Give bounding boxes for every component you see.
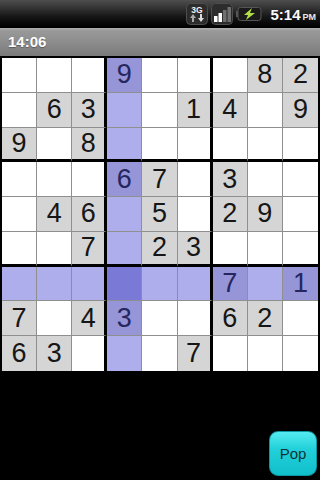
- sudoku-cell-r1c2[interactable]: 3: [72, 93, 107, 128]
- sudoku-cell-r4c7[interactable]: 9: [248, 197, 283, 232]
- pop-button[interactable]: Pop: [269, 431, 317, 476]
- sudoku-cell-r2c8[interactable]: [283, 128, 318, 163]
- sudoku-cell-r0c0[interactable]: [2, 58, 37, 93]
- sudoku-cell-r0c8[interactable]: 2: [283, 58, 318, 93]
- sudoku-cell-r3c6[interactable]: 3: [213, 162, 248, 197]
- sudoku-cell-r8c1[interactable]: 3: [37, 336, 72, 371]
- sudoku-cell-r8c6[interactable]: [213, 336, 248, 371]
- sudoku-cell-r8c4[interactable]: [142, 336, 177, 371]
- sudoku-cell-r6c7[interactable]: [248, 267, 283, 302]
- sudoku-cell-r5c2[interactable]: 7: [72, 232, 107, 267]
- sudoku-cell-r1c4[interactable]: [142, 93, 177, 128]
- sudoku-cell-r4c2[interactable]: 6: [72, 197, 107, 232]
- sudoku-cell-r7c2[interactable]: 4: [72, 301, 107, 336]
- sudoku-cell-r0c4[interactable]: [142, 58, 177, 93]
- status-time: 5:14 PM: [270, 6, 316, 23]
- sudoku-board: 9826314998673465297237174362637: [0, 56, 320, 373]
- sudoku-cell-r7c5[interactable]: [178, 301, 213, 336]
- sudoku-cell-r3c2[interactable]: [72, 162, 107, 197]
- sudoku-cell-r6c0[interactable]: [2, 267, 37, 302]
- game-timer-text: 14:06: [8, 33, 46, 50]
- sudoku-cell-r1c3[interactable]: [107, 93, 142, 128]
- title-bar: 14:06: [0, 28, 320, 56]
- sudoku-cell-r7c7[interactable]: 2: [248, 301, 283, 336]
- sudoku-cell-r8c3[interactable]: [107, 336, 142, 371]
- sudoku-cell-r8c8[interactable]: [283, 336, 318, 371]
- sudoku-cell-r5c0[interactable]: [2, 232, 37, 267]
- sudoku-cell-r2c1[interactable]: [37, 128, 72, 163]
- sudoku-cell-r3c0[interactable]: [2, 162, 37, 197]
- sudoku-cell-r0c1[interactable]: [37, 58, 72, 93]
- sudoku-cell-r2c4[interactable]: [142, 128, 177, 163]
- sudoku-cell-r4c5[interactable]: [178, 197, 213, 232]
- sudoku-cell-r0c7[interactable]: 8: [248, 58, 283, 93]
- sudoku-cell-r5c8[interactable]: [283, 232, 318, 267]
- sudoku-cell-r2c3[interactable]: [107, 128, 142, 163]
- sudoku-cell-r6c4[interactable]: [142, 267, 177, 302]
- sudoku-cell-r5c6[interactable]: [213, 232, 248, 267]
- sudoku-cell-r8c2[interactable]: [72, 336, 107, 371]
- sudoku-cell-r1c8[interactable]: 9: [283, 93, 318, 128]
- sudoku-cell-r2c6[interactable]: [213, 128, 248, 163]
- sudoku-cell-r8c7[interactable]: [248, 336, 283, 371]
- sudoku-cell-r0c5[interactable]: [178, 58, 213, 93]
- sudoku-cell-r3c5[interactable]: [178, 162, 213, 197]
- sudoku-cell-r0c6[interactable]: [213, 58, 248, 93]
- sudoku-cell-r4c6[interactable]: 2: [213, 197, 248, 232]
- sudoku-cell-r1c6[interactable]: 4: [213, 93, 248, 128]
- sudoku-cell-r7c0[interactable]: 7: [2, 301, 37, 336]
- sudoku-cell-r1c1[interactable]: 6: [37, 93, 72, 128]
- sudoku-cell-r8c5[interactable]: 7: [178, 336, 213, 371]
- sudoku-cell-r4c8[interactable]: [283, 197, 318, 232]
- sudoku-cell-r6c6[interactable]: 7: [213, 267, 248, 302]
- sudoku-cell-r2c7[interactable]: [248, 128, 283, 163]
- sudoku-cell-r3c4[interactable]: 7: [142, 162, 177, 197]
- sudoku-cell-r3c3[interactable]: 6: [107, 162, 142, 197]
- sudoku-cell-r7c1[interactable]: [37, 301, 72, 336]
- sudoku-cell-r5c3[interactable]: [107, 232, 142, 267]
- sudoku-cell-r7c6[interactable]: 6: [213, 301, 248, 336]
- sudoku-cell-r6c3[interactable]: [107, 267, 142, 302]
- sudoku-cell-r5c7[interactable]: [248, 232, 283, 267]
- sudoku-cell-r7c3[interactable]: 3: [107, 301, 142, 336]
- footer: Pop: [0, 373, 320, 480]
- battery-charging-icon: [236, 6, 262, 22]
- sudoku-cell-r6c2[interactable]: [72, 267, 107, 302]
- sudoku-cell-r5c5[interactable]: 3: [178, 232, 213, 267]
- sudoku-cell-r1c7[interactable]: [248, 93, 283, 128]
- sudoku-cell-r4c3[interactable]: [107, 197, 142, 232]
- clock-time: 5:14: [270, 6, 300, 23]
- sudoku-cell-r3c1[interactable]: [37, 162, 72, 197]
- sudoku-cell-r4c0[interactable]: [2, 197, 37, 232]
- sudoku-cell-r8c0[interactable]: 6: [2, 336, 37, 371]
- signal-strength-icon: [211, 3, 233, 25]
- sudoku-cell-r2c0[interactable]: 9: [2, 128, 37, 163]
- sudoku-cell-r7c4[interactable]: [142, 301, 177, 336]
- sudoku-cell-r4c1[interactable]: 4: [37, 197, 72, 232]
- sudoku-cell-r5c4[interactable]: 2: [142, 232, 177, 267]
- sudoku-cell-r7c8[interactable]: [283, 301, 318, 336]
- sudoku-cell-r3c8[interactable]: [283, 162, 318, 197]
- screen: 3G 5:14 PM 14:06 98263149986734652972371…: [0, 0, 320, 480]
- sudoku-cell-r4c4[interactable]: 5: [142, 197, 177, 232]
- sudoku-cell-r1c0[interactable]: [2, 93, 37, 128]
- sudoku-cell-r2c2[interactable]: 8: [72, 128, 107, 163]
- sudoku-cell-r5c1[interactable]: [37, 232, 72, 267]
- sudoku-cell-r6c8[interactable]: 1: [283, 267, 318, 302]
- status-bar: 3G 5:14 PM: [0, 0, 320, 28]
- sudoku-cell-r2c5[interactable]: [178, 128, 213, 163]
- sudoku-cell-r6c1[interactable]: [37, 267, 72, 302]
- svg-text:3G: 3G: [192, 5, 204, 15]
- sudoku-cell-r0c2[interactable]: [72, 58, 107, 93]
- sudoku-cell-r1c5[interactable]: 1: [178, 93, 213, 128]
- sudoku-cell-r0c3[interactable]: 9: [107, 58, 142, 93]
- sudoku-cell-r3c7[interactable]: [248, 162, 283, 197]
- mobile-data-3g-icon: 3G: [186, 3, 208, 25]
- sudoku-cell-r6c5[interactable]: [178, 267, 213, 302]
- clock-meridiem: PM: [303, 12, 317, 22]
